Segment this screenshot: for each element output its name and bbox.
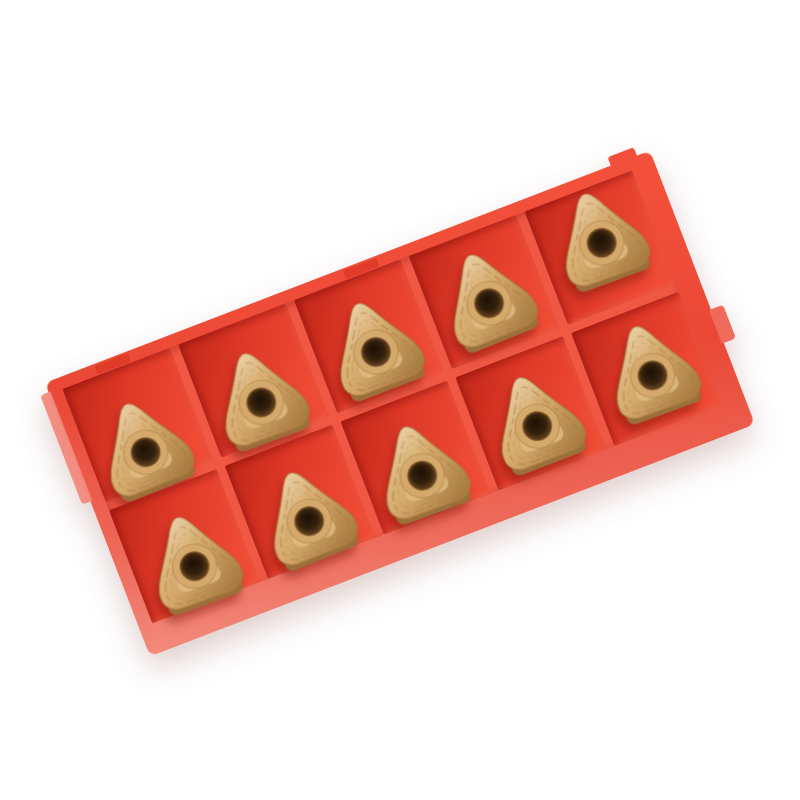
product-photo-scene (0, 0, 800, 800)
carbide-insert (240, 450, 375, 580)
insert-graphic (240, 450, 375, 580)
insert-graphic (533, 173, 666, 300)
latch-tab (709, 305, 736, 344)
compartment-grid (62, 170, 721, 623)
insert-graphic (354, 406, 487, 533)
carbide-insert (126, 496, 259, 623)
insert-graphic (419, 233, 554, 363)
carbide-insert (533, 173, 666, 300)
carbide-insert (419, 233, 554, 363)
corner-tab (608, 147, 638, 168)
insert-graphic (468, 356, 602, 485)
carbide-insert (584, 306, 717, 433)
carbide-insert (468, 356, 602, 485)
insert-graphic (126, 496, 259, 623)
insert-graphic (584, 306, 717, 433)
carbide-insert (354, 406, 487, 533)
box-tray (62, 170, 721, 623)
insert-storage-box (45, 151, 755, 657)
